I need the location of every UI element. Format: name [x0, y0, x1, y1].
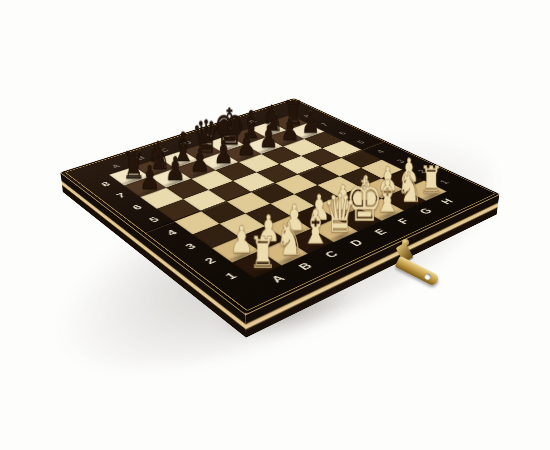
black-pawn[interactable]: ♟: [133, 161, 166, 194]
photo-stage: ABCDEFGH8♜♞♝♛♚♝♞♜87♟♟♟♟♟♟♟♟7665544332♟♟♟…: [0, 0, 550, 450]
board-grid: ABCDEFGH8♜♞♝♛♚♝♞♜87♟♟♟♟♟♟♟♟7665544332♟♟♟…: [74, 103, 485, 304]
white-rook[interactable]: ♜: [244, 230, 283, 274]
chess-board: ABCDEFGH8♜♞♝♛♚♝♞♜87♟♟♟♟♟♟♟♟7665544332♟♟♟…: [60, 98, 499, 314]
scene: ABCDEFGH8♜♞♝♛♚♝♞♜87♟♟♟♟♟♟♟♟7665544332♟♟♟…: [0, 0, 550, 450]
